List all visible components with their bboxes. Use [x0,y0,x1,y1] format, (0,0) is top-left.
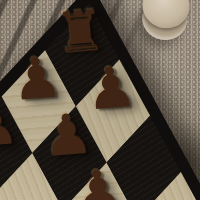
photo-scene: ♟♟♜♟♟♟ [0,0,200,200]
piece-dark-wood-rook-h8[interactable]: ♜ [53,2,108,62]
piece-dark-wood-pawn-h7[interactable]: ♟ [84,59,139,119]
piece-dark-wood-pawn-g7[interactable]: ♟ [40,105,95,165]
piece-dark-wood-pawn-g6[interactable]: ♟ [71,162,126,200]
piece-dark-wood-pawn-g8[interactable]: ♟ [9,49,64,109]
